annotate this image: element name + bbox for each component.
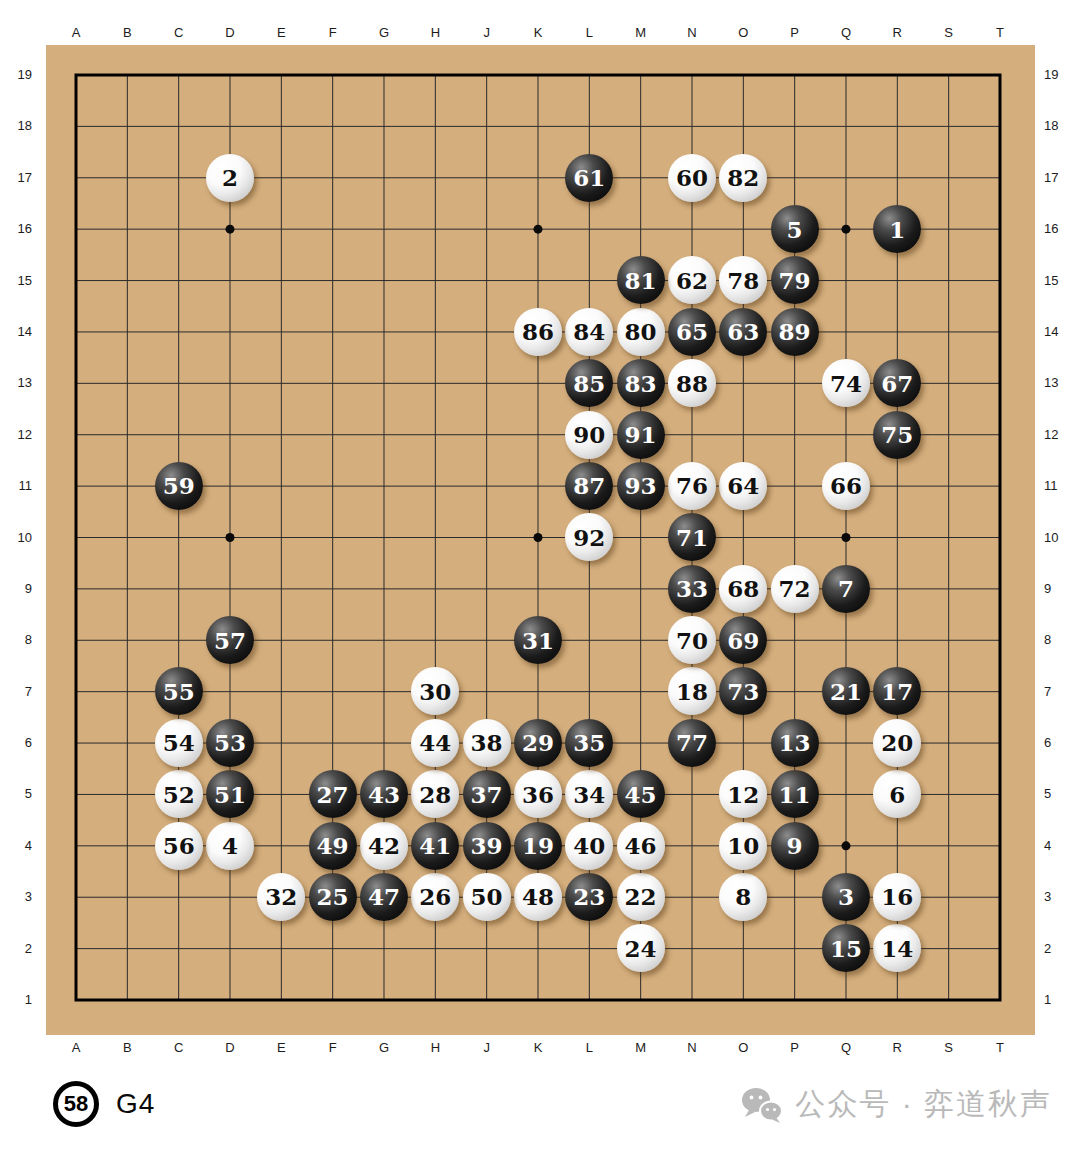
stone-white-76-N11: 76 [668,462,716,510]
coord-label-Q: Q [831,1039,861,1057]
coord-label-2: 2 [1044,940,1074,958]
coord-label-14: 14 [6,323,32,341]
coord-label-T: T [985,24,1015,42]
stone-white-80-M14: 80 [617,308,665,356]
stone-black-35-L6: 35 [565,719,613,767]
stone-black-51-D5: 51 [206,770,254,818]
stone-black-29-K6: 29 [514,719,562,767]
stone-black-9-P4: 9 [771,822,819,870]
stone-black-23-L3: 23 [565,873,613,921]
coord-label-16: 16 [1044,220,1074,238]
coord-label-7: 7 [1044,683,1074,701]
coord-label-11: 11 [1044,477,1074,495]
move-58-stone: 58 [53,1081,99,1127]
stone-white-92-L10: 92 [565,513,613,561]
stone-black-53-D6: 53 [206,719,254,767]
coord-label-B: B [112,1039,142,1057]
coord-label-11: 11 [6,477,32,495]
stone-white-42-G4: 42 [360,822,408,870]
stone-white-46-M4: 46 [617,822,665,870]
watermark-text: 公众号 · 弈道秋声 [795,1084,1052,1125]
coord-label-17: 17 [6,169,32,187]
coord-label-N: N [677,1039,707,1057]
stone-black-77-N6: 77 [668,719,716,767]
coord-label-10: 10 [1044,529,1074,547]
stone-black-89-P14: 89 [771,308,819,356]
coord-label-3: 3 [1044,888,1074,906]
stone-black-47-G3: 47 [360,873,408,921]
stone-white-32-E3: 32 [257,873,305,921]
coord-label-D: D [215,1039,245,1057]
coord-label-H: H [420,1039,450,1057]
coord-label-9: 9 [1044,580,1074,598]
coord-label-G: G [369,24,399,42]
coord-label-12: 12 [6,426,32,444]
coord-label-N: N [677,24,707,42]
stone-black-71-N10: 71 [668,513,716,561]
stone-white-44-H6: 44 [411,719,459,767]
coord-label-K: K [523,1039,553,1057]
coord-label-3: 3 [6,888,32,906]
coord-label-12: 12 [1044,426,1074,444]
stone-black-61-L17: 61 [565,154,613,202]
coord-label-1: 1 [1044,991,1074,1009]
stone-white-52-C5: 52 [155,770,203,818]
stone-black-55-C7: 55 [155,667,203,715]
stone-black-37-J5: 37 [463,770,511,818]
coord-label-5: 5 [1044,785,1074,803]
stone-black-83-M13: 83 [617,359,665,407]
coord-label-15: 15 [1044,272,1074,290]
stone-white-88-N13: 88 [668,359,716,407]
stone-white-30-H7: 30 [411,667,459,715]
footer-move-annotation: 58 G4 [53,1081,155,1127]
stone-white-84-L14: 84 [565,308,613,356]
coord-label-6: 6 [6,734,32,752]
stone-black-63-O14: 63 [719,308,767,356]
coord-label-18: 18 [6,117,32,135]
wechat-icon [741,1087,783,1123]
stone-black-1-R16: 1 [873,205,921,253]
stone-black-57-D8: 57 [206,616,254,664]
stone-white-70-N8: 70 [668,616,716,664]
coord-label-P: P [780,24,810,42]
coord-label-P: P [780,1039,810,1057]
stone-white-78-O15: 78 [719,256,767,304]
stone-black-85-L13: 85 [565,359,613,407]
coord-label-6: 6 [1044,734,1074,752]
coord-label-F: F [318,1039,348,1057]
coord-label-A: A [61,1039,91,1057]
stone-black-27-F5: 27 [309,770,357,818]
coord-label-T: T [985,1039,1015,1057]
stone-white-72-P9: 72 [771,565,819,613]
coord-label-19: 19 [6,66,32,84]
stone-white-26-H3: 26 [411,873,459,921]
coord-label-J: J [472,1039,502,1057]
stone-white-2-D17: 2 [206,154,254,202]
stone-black-73-O7: 73 [719,667,767,715]
coord-label-R: R [882,24,912,42]
stone-white-68-O9: 68 [719,565,767,613]
stone-white-6-R5: 6 [873,770,921,818]
coord-label-M: M [626,1039,656,1057]
coord-label-16: 16 [6,220,32,238]
stone-white-62-N15: 62 [668,256,716,304]
stone-white-56-C4: 56 [155,822,203,870]
coord-label-8: 8 [1044,631,1074,649]
stone-white-34-L5: 34 [565,770,613,818]
stone-black-41-H4: 41 [411,822,459,870]
coord-label-10: 10 [6,529,32,547]
stone-black-13-P6: 13 [771,719,819,767]
coord-label-C: C [164,24,194,42]
stone-white-20-R6: 20 [873,719,921,767]
coord-label-G: G [369,1039,399,1057]
stone-white-16-R3: 16 [873,873,921,921]
go-board: 1234567891011121314151617181920212223242… [46,45,1035,1035]
stone-black-31-K8: 31 [514,616,562,664]
coord-label-E: E [266,24,296,42]
stone-black-81-M15: 81 [617,256,665,304]
stone-white-18-N7: 18 [668,667,716,715]
coord-label-9: 9 [6,580,32,598]
stone-white-60-N17: 60 [668,154,716,202]
stone-black-59-C11: 59 [155,462,203,510]
coord-label-15: 15 [6,272,32,290]
stone-white-40-L4: 40 [565,822,613,870]
stone-black-7-Q9: 7 [822,565,870,613]
coord-label-M: M [626,24,656,42]
stone-white-22-M3: 22 [617,873,665,921]
stone-black-25-F3: 25 [309,873,357,921]
coord-label-B: B [112,24,142,42]
coord-label-K: K [523,24,553,42]
coord-label-C: C [164,1039,194,1057]
stone-black-45-M5: 45 [617,770,665,818]
coord-label-H: H [420,24,450,42]
coord-label-A: A [61,24,91,42]
stone-black-93-M11: 93 [617,462,665,510]
stone-white-8-O3: 8 [719,873,767,921]
watermark: 公众号 · 弈道秋声 [741,1084,1052,1125]
stone-white-54-C6: 54 [155,719,203,767]
coord-label-13: 13 [1044,374,1074,392]
stone-black-17-R7: 17 [873,667,921,715]
stone-black-39-J4: 39 [463,822,511,870]
coord-label-1: 1 [6,991,32,1009]
stone-black-19-K4: 19 [514,822,562,870]
coord-label-L: L [574,24,604,42]
coord-label-O: O [728,1039,758,1057]
coord-label-2: 2 [6,940,32,958]
coord-label-5: 5 [6,785,32,803]
stone-black-11-P5: 11 [771,770,819,818]
stone-black-75-R12: 75 [873,411,921,459]
stone-black-15-Q2: 15 [822,924,870,972]
stone-white-4-D4: 4 [206,822,254,870]
stone-white-66-Q11: 66 [822,462,870,510]
coord-label-S: S [934,1039,964,1057]
stone-white-36-K5: 36 [514,770,562,818]
stone-black-67-R13: 67 [873,359,921,407]
coord-label-Q: Q [831,24,861,42]
stone-white-28-H5: 28 [411,770,459,818]
stone-white-38-J6: 38 [463,719,511,767]
stone-black-5-P16: 5 [771,205,819,253]
coord-label-S: S [934,24,964,42]
stone-white-50-J3: 50 [463,873,511,921]
stone-white-48-K3: 48 [514,873,562,921]
coord-label-14: 14 [1044,323,1074,341]
stone-white-90-L12: 90 [565,411,613,459]
stone-white-10-O4: 10 [719,822,767,870]
stone-white-12-O5: 12 [719,770,767,818]
coord-label-18: 18 [1044,117,1074,135]
coord-label-O: O [728,24,758,42]
stone-white-24-M2: 24 [617,924,665,972]
coord-label-4: 4 [6,837,32,855]
move-58-point-label: G4 [116,1088,155,1120]
stone-white-14-R2: 14 [873,924,921,972]
stone-black-49-F4: 49 [309,822,357,870]
coord-label-E: E [266,1039,296,1057]
stone-black-87-L11: 87 [565,462,613,510]
coord-label-F: F [318,24,348,42]
stones-layer: 1234567891011121314151617181920212223242… [50,49,1025,1025]
stone-black-21-Q7: 21 [822,667,870,715]
coord-label-19: 19 [1044,66,1074,84]
stone-white-82-O17: 82 [719,154,767,202]
stone-white-86-K14: 86 [514,308,562,356]
coord-label-J: J [472,24,502,42]
coord-label-R: R [882,1039,912,1057]
coord-label-17: 17 [1044,169,1074,187]
stone-black-69-O8: 69 [719,616,767,664]
coord-label-7: 7 [6,683,32,701]
stone-black-91-M12: 91 [617,411,665,459]
stone-black-65-N14: 65 [668,308,716,356]
stone-black-79-P15: 79 [771,256,819,304]
coord-label-13: 13 [6,374,32,392]
stone-black-3-Q3: 3 [822,873,870,921]
stone-white-74-Q13: 74 [822,359,870,407]
stone-black-33-N9: 33 [668,565,716,613]
stone-white-64-O11: 64 [719,462,767,510]
page: 1234567891011121314151617181920212223242… [0,0,1080,1156]
coord-label-D: D [215,24,245,42]
coord-label-L: L [574,1039,604,1057]
coord-label-4: 4 [1044,837,1074,855]
stone-black-43-G5: 43 [360,770,408,818]
coord-label-8: 8 [6,631,32,649]
